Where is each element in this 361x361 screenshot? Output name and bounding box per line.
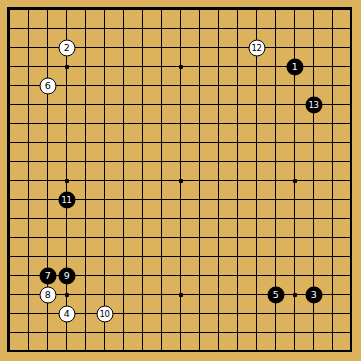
intersection-e15[interactable]: [76, 76, 95, 95]
intersection-n14[interactable]: [228, 95, 247, 114]
intersection-c2[interactable]: [38, 323, 57, 342]
intersection-c9[interactable]: [38, 190, 57, 209]
intersection-n12[interactable]: [228, 133, 247, 152]
intersection-r17[interactable]: [304, 38, 323, 57]
intersection-s18[interactable]: [323, 19, 342, 38]
intersection-c19[interactable]: [38, 0, 57, 19]
intersection-m17[interactable]: [209, 38, 228, 57]
intersection-r4[interactable]: 3: [304, 285, 323, 304]
intersection-r12[interactable]: [304, 133, 323, 152]
intersection-o3[interactable]: [247, 304, 266, 323]
intersection-q8[interactable]: [285, 209, 304, 228]
intersection-d12[interactable]: [57, 133, 76, 152]
intersection-k5[interactable]: [171, 266, 190, 285]
intersection-p16[interactable]: [266, 57, 285, 76]
intersection-b4[interactable]: [19, 285, 38, 304]
intersection-f7[interactable]: [95, 228, 114, 247]
intersection-n8[interactable]: [228, 209, 247, 228]
intersection-h13[interactable]: [133, 114, 152, 133]
intersection-s7[interactable]: [323, 228, 342, 247]
intersection-f2[interactable]: [95, 323, 114, 342]
intersection-n17[interactable]: [228, 38, 247, 57]
intersection-d4[interactable]: [57, 285, 76, 304]
intersection-l4[interactable]: [190, 285, 209, 304]
intersection-h15[interactable]: [133, 76, 152, 95]
intersection-s12[interactable]: [323, 133, 342, 152]
intersection-o5[interactable]: [247, 266, 266, 285]
intersection-h19[interactable]: [133, 0, 152, 19]
intersection-m6[interactable]: [209, 247, 228, 266]
intersection-j11[interactable]: [152, 152, 171, 171]
intersection-t18[interactable]: [342, 19, 361, 38]
intersection-b19[interactable]: [19, 0, 38, 19]
intersection-s17[interactable]: [323, 38, 342, 57]
intersection-j8[interactable]: [152, 209, 171, 228]
intersection-o12[interactable]: [247, 133, 266, 152]
intersection-b16[interactable]: [19, 57, 38, 76]
intersection-o6[interactable]: [247, 247, 266, 266]
intersection-n16[interactable]: [228, 57, 247, 76]
intersection-d1[interactable]: [57, 342, 76, 361]
intersection-h18[interactable]: [133, 19, 152, 38]
intersection-g1[interactable]: [114, 342, 133, 361]
intersection-t6[interactable]: [342, 247, 361, 266]
intersection-t9[interactable]: [342, 190, 361, 209]
intersection-q14[interactable]: [285, 95, 304, 114]
intersection-f1[interactable]: [95, 342, 114, 361]
intersection-a3[interactable]: [0, 304, 19, 323]
intersection-n1[interactable]: [228, 342, 247, 361]
intersection-e11[interactable]: [76, 152, 95, 171]
intersection-d10[interactable]: [57, 171, 76, 190]
intersection-a11[interactable]: [0, 152, 19, 171]
intersection-a19[interactable]: [0, 0, 19, 19]
intersection-d3[interactable]: 4: [57, 304, 76, 323]
intersection-c17[interactable]: [38, 38, 57, 57]
intersection-k14[interactable]: [171, 95, 190, 114]
intersection-e12[interactable]: [76, 133, 95, 152]
intersection-k8[interactable]: [171, 209, 190, 228]
intersection-d14[interactable]: [57, 95, 76, 114]
intersection-h6[interactable]: [133, 247, 152, 266]
intersection-j18[interactable]: [152, 19, 171, 38]
intersection-j2[interactable]: [152, 323, 171, 342]
intersection-g9[interactable]: [114, 190, 133, 209]
intersection-g5[interactable]: [114, 266, 133, 285]
intersection-a1[interactable]: [0, 342, 19, 361]
intersection-a15[interactable]: [0, 76, 19, 95]
intersection-t13[interactable]: [342, 114, 361, 133]
intersection-g15[interactable]: [114, 76, 133, 95]
intersection-e1[interactable]: [76, 342, 95, 361]
intersection-d7[interactable]: [57, 228, 76, 247]
intersection-r19[interactable]: [304, 0, 323, 19]
intersection-m12[interactable]: [209, 133, 228, 152]
intersection-r6[interactable]: [304, 247, 323, 266]
intersection-j13[interactable]: [152, 114, 171, 133]
intersection-p8[interactable]: [266, 209, 285, 228]
intersection-f9[interactable]: [95, 190, 114, 209]
intersection-e8[interactable]: [76, 209, 95, 228]
intersection-e18[interactable]: [76, 19, 95, 38]
intersection-b3[interactable]: [19, 304, 38, 323]
intersection-q11[interactable]: [285, 152, 304, 171]
intersection-j1[interactable]: [152, 342, 171, 361]
intersection-j10[interactable]: [152, 171, 171, 190]
intersection-c5[interactable]: 7: [38, 266, 57, 285]
intersection-r7[interactable]: [304, 228, 323, 247]
intersection-o17[interactable]: 12: [247, 38, 266, 57]
intersection-k9[interactable]: [171, 190, 190, 209]
intersection-p3[interactable]: [266, 304, 285, 323]
intersection-a17[interactable]: [0, 38, 19, 57]
intersection-k4[interactable]: [171, 285, 190, 304]
intersection-d13[interactable]: [57, 114, 76, 133]
intersection-e7[interactable]: [76, 228, 95, 247]
intersection-a8[interactable]: [0, 209, 19, 228]
intersection-n7[interactable]: [228, 228, 247, 247]
intersection-d17[interactable]: 2: [57, 38, 76, 57]
intersection-a4[interactable]: [0, 285, 19, 304]
intersection-l19[interactable]: [190, 0, 209, 19]
intersection-j6[interactable]: [152, 247, 171, 266]
intersection-s14[interactable]: [323, 95, 342, 114]
intersection-d18[interactable]: [57, 19, 76, 38]
intersection-o18[interactable]: [247, 19, 266, 38]
intersection-b12[interactable]: [19, 133, 38, 152]
intersection-k10[interactable]: [171, 171, 190, 190]
intersection-b14[interactable]: [19, 95, 38, 114]
intersection-s6[interactable]: [323, 247, 342, 266]
intersection-a6[interactable]: [0, 247, 19, 266]
intersection-f16[interactable]: [95, 57, 114, 76]
intersection-c18[interactable]: [38, 19, 57, 38]
intersection-e2[interactable]: [76, 323, 95, 342]
intersection-h7[interactable]: [133, 228, 152, 247]
intersection-d2[interactable]: [57, 323, 76, 342]
intersection-t2[interactable]: [342, 323, 361, 342]
intersection-b15[interactable]: [19, 76, 38, 95]
intersection-g11[interactable]: [114, 152, 133, 171]
intersection-p2[interactable]: [266, 323, 285, 342]
intersection-t14[interactable]: [342, 95, 361, 114]
intersection-f8[interactable]: [95, 209, 114, 228]
intersection-h11[interactable]: [133, 152, 152, 171]
intersection-r15[interactable]: [304, 76, 323, 95]
intersection-l12[interactable]: [190, 133, 209, 152]
intersection-q7[interactable]: [285, 228, 304, 247]
intersection-j14[interactable]: [152, 95, 171, 114]
intersection-g12[interactable]: [114, 133, 133, 152]
intersection-a10[interactable]: [0, 171, 19, 190]
intersection-b13[interactable]: [19, 114, 38, 133]
intersection-l2[interactable]: [190, 323, 209, 342]
intersection-l9[interactable]: [190, 190, 209, 209]
intersection-n10[interactable]: [228, 171, 247, 190]
intersection-d11[interactable]: [57, 152, 76, 171]
intersection-r8[interactable]: [304, 209, 323, 228]
intersection-j9[interactable]: [152, 190, 171, 209]
intersection-o16[interactable]: [247, 57, 266, 76]
intersection-c7[interactable]: [38, 228, 57, 247]
intersection-k15[interactable]: [171, 76, 190, 95]
intersection-n11[interactable]: [228, 152, 247, 171]
intersection-p15[interactable]: [266, 76, 285, 95]
intersection-o9[interactable]: [247, 190, 266, 209]
intersection-k1[interactable]: [171, 342, 190, 361]
intersection-a9[interactable]: [0, 190, 19, 209]
intersection-d16[interactable]: [57, 57, 76, 76]
intersection-m1[interactable]: [209, 342, 228, 361]
intersection-l7[interactable]: [190, 228, 209, 247]
intersection-f6[interactable]: [95, 247, 114, 266]
intersection-a7[interactable]: [0, 228, 19, 247]
intersection-b17[interactable]: [19, 38, 38, 57]
intersection-m4[interactable]: [209, 285, 228, 304]
intersection-o11[interactable]: [247, 152, 266, 171]
intersection-g18[interactable]: [114, 19, 133, 38]
intersection-e10[interactable]: [76, 171, 95, 190]
intersection-j12[interactable]: [152, 133, 171, 152]
intersection-k3[interactable]: [171, 304, 190, 323]
intersection-k6[interactable]: [171, 247, 190, 266]
intersection-c15[interactable]: 6: [38, 76, 57, 95]
intersection-e16[interactable]: [76, 57, 95, 76]
intersection-l17[interactable]: [190, 38, 209, 57]
intersection-p11[interactable]: [266, 152, 285, 171]
intersection-h3[interactable]: [133, 304, 152, 323]
intersection-f18[interactable]: [95, 19, 114, 38]
intersection-h2[interactable]: [133, 323, 152, 342]
intersection-c8[interactable]: [38, 209, 57, 228]
intersection-r1[interactable]: [304, 342, 323, 361]
intersection-m7[interactable]: [209, 228, 228, 247]
intersection-g2[interactable]: [114, 323, 133, 342]
intersection-n4[interactable]: [228, 285, 247, 304]
intersection-h9[interactable]: [133, 190, 152, 209]
intersection-m13[interactable]: [209, 114, 228, 133]
intersection-q4[interactable]: [285, 285, 304, 304]
intersection-h8[interactable]: [133, 209, 152, 228]
intersection-g6[interactable]: [114, 247, 133, 266]
intersection-a13[interactable]: [0, 114, 19, 133]
intersection-q10[interactable]: [285, 171, 304, 190]
intersection-r10[interactable]: [304, 171, 323, 190]
intersection-t8[interactable]: [342, 209, 361, 228]
intersection-n18[interactable]: [228, 19, 247, 38]
intersection-o8[interactable]: [247, 209, 266, 228]
intersection-b8[interactable]: [19, 209, 38, 228]
intersection-b10[interactable]: [19, 171, 38, 190]
intersection-d19[interactable]: [57, 0, 76, 19]
intersection-s1[interactable]: [323, 342, 342, 361]
intersection-s9[interactable]: [323, 190, 342, 209]
intersection-n15[interactable]: [228, 76, 247, 95]
intersection-o4[interactable]: [247, 285, 266, 304]
intersection-n3[interactable]: [228, 304, 247, 323]
intersection-h5[interactable]: [133, 266, 152, 285]
intersection-m8[interactable]: [209, 209, 228, 228]
intersection-q17[interactable]: [285, 38, 304, 57]
intersection-e4[interactable]: [76, 285, 95, 304]
intersection-c12[interactable]: [38, 133, 57, 152]
intersection-m2[interactable]: [209, 323, 228, 342]
intersection-q9[interactable]: [285, 190, 304, 209]
intersection-e5[interactable]: [76, 266, 95, 285]
intersection-k2[interactable]: [171, 323, 190, 342]
intersection-f17[interactable]: [95, 38, 114, 57]
intersection-c1[interactable]: [38, 342, 57, 361]
intersection-d15[interactable]: [57, 76, 76, 95]
intersection-l11[interactable]: [190, 152, 209, 171]
intersection-j4[interactable]: [152, 285, 171, 304]
intersection-f12[interactable]: [95, 133, 114, 152]
intersection-e13[interactable]: [76, 114, 95, 133]
intersection-l3[interactable]: [190, 304, 209, 323]
intersection-g16[interactable]: [114, 57, 133, 76]
intersection-m11[interactable]: [209, 152, 228, 171]
intersection-m14[interactable]: [209, 95, 228, 114]
intersection-c16[interactable]: [38, 57, 57, 76]
intersection-n5[interactable]: [228, 266, 247, 285]
intersection-c3[interactable]: [38, 304, 57, 323]
intersection-g17[interactable]: [114, 38, 133, 57]
intersection-m19[interactable]: [209, 0, 228, 19]
intersection-l10[interactable]: [190, 171, 209, 190]
intersection-q3[interactable]: [285, 304, 304, 323]
intersection-l13[interactable]: [190, 114, 209, 133]
intersection-l1[interactable]: [190, 342, 209, 361]
intersection-c6[interactable]: [38, 247, 57, 266]
intersection-q19[interactable]: [285, 0, 304, 19]
intersection-p12[interactable]: [266, 133, 285, 152]
intersection-h17[interactable]: [133, 38, 152, 57]
intersection-s2[interactable]: [323, 323, 342, 342]
intersection-t11[interactable]: [342, 152, 361, 171]
intersection-q1[interactable]: [285, 342, 304, 361]
intersection-b6[interactable]: [19, 247, 38, 266]
intersection-q15[interactable]: [285, 76, 304, 95]
intersection-f19[interactable]: [95, 0, 114, 19]
intersection-p6[interactable]: [266, 247, 285, 266]
intersection-r2[interactable]: [304, 323, 323, 342]
intersection-l16[interactable]: [190, 57, 209, 76]
intersection-e6[interactable]: [76, 247, 95, 266]
intersection-e3[interactable]: [76, 304, 95, 323]
intersection-a18[interactable]: [0, 19, 19, 38]
intersection-g13[interactable]: [114, 114, 133, 133]
intersection-c10[interactable]: [38, 171, 57, 190]
intersection-n13[interactable]: [228, 114, 247, 133]
intersection-o10[interactable]: [247, 171, 266, 190]
intersection-f10[interactable]: [95, 171, 114, 190]
intersection-e9[interactable]: [76, 190, 95, 209]
intersection-h4[interactable]: [133, 285, 152, 304]
intersection-s19[interactable]: [323, 0, 342, 19]
intersection-r9[interactable]: [304, 190, 323, 209]
intersection-e19[interactable]: [76, 0, 95, 19]
intersection-t12[interactable]: [342, 133, 361, 152]
intersection-a14[interactable]: [0, 95, 19, 114]
intersection-l5[interactable]: [190, 266, 209, 285]
intersection-r14[interactable]: 13: [304, 95, 323, 114]
intersection-p17[interactable]: [266, 38, 285, 57]
intersection-k12[interactable]: [171, 133, 190, 152]
intersection-s5[interactable]: [323, 266, 342, 285]
intersection-m5[interactable]: [209, 266, 228, 285]
intersection-m9[interactable]: [209, 190, 228, 209]
intersection-l6[interactable]: [190, 247, 209, 266]
intersection-a2[interactable]: [0, 323, 19, 342]
intersection-s3[interactable]: [323, 304, 342, 323]
intersection-s8[interactable]: [323, 209, 342, 228]
intersection-l18[interactable]: [190, 19, 209, 38]
intersection-j16[interactable]: [152, 57, 171, 76]
intersection-k19[interactable]: [171, 0, 190, 19]
intersection-k13[interactable]: [171, 114, 190, 133]
intersection-o1[interactable]: [247, 342, 266, 361]
intersection-f11[interactable]: [95, 152, 114, 171]
intersection-q2[interactable]: [285, 323, 304, 342]
intersection-a5[interactable]: [0, 266, 19, 285]
intersection-p14[interactable]: [266, 95, 285, 114]
intersection-p10[interactable]: [266, 171, 285, 190]
intersection-q16[interactable]: 1: [285, 57, 304, 76]
intersection-t19[interactable]: [342, 0, 361, 19]
intersection-r5[interactable]: [304, 266, 323, 285]
intersection-d5[interactable]: 9: [57, 266, 76, 285]
intersection-n6[interactable]: [228, 247, 247, 266]
intersection-s13[interactable]: [323, 114, 342, 133]
intersection-d8[interactable]: [57, 209, 76, 228]
intersection-b11[interactable]: [19, 152, 38, 171]
intersection-e14[interactable]: [76, 95, 95, 114]
intersection-s11[interactable]: [323, 152, 342, 171]
intersection-m18[interactable]: [209, 19, 228, 38]
intersection-b9[interactable]: [19, 190, 38, 209]
intersection-j19[interactable]: [152, 0, 171, 19]
intersection-h12[interactable]: [133, 133, 152, 152]
intersection-n2[interactable]: [228, 323, 247, 342]
intersection-f5[interactable]: [95, 266, 114, 285]
intersection-o15[interactable]: [247, 76, 266, 95]
intersection-q13[interactable]: [285, 114, 304, 133]
intersection-p5[interactable]: [266, 266, 285, 285]
intersection-t4[interactable]: [342, 285, 361, 304]
intersection-g7[interactable]: [114, 228, 133, 247]
intersection-c14[interactable]: [38, 95, 57, 114]
intersection-s16[interactable]: [323, 57, 342, 76]
intersection-f3[interactable]: 10: [95, 304, 114, 323]
intersection-h1[interactable]: [133, 342, 152, 361]
intersection-p18[interactable]: [266, 19, 285, 38]
intersection-b18[interactable]: [19, 19, 38, 38]
intersection-f15[interactable]: [95, 76, 114, 95]
intersection-o14[interactable]: [247, 95, 266, 114]
intersection-r18[interactable]: [304, 19, 323, 38]
intersection-t17[interactable]: [342, 38, 361, 57]
intersection-l14[interactable]: [190, 95, 209, 114]
intersection-t3[interactable]: [342, 304, 361, 323]
intersection-k11[interactable]: [171, 152, 190, 171]
intersection-t15[interactable]: [342, 76, 361, 95]
intersection-b1[interactable]: [19, 342, 38, 361]
intersection-q6[interactable]: [285, 247, 304, 266]
intersection-f14[interactable]: [95, 95, 114, 114]
intersection-s10[interactable]: [323, 171, 342, 190]
intersection-o19[interactable]: [247, 0, 266, 19]
intersection-j3[interactable]: [152, 304, 171, 323]
